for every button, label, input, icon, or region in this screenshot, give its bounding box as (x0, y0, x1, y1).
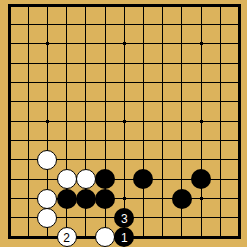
move-number-label: 3 (121, 212, 128, 224)
white-stone-move-2: 2 (57, 227, 77, 247)
black-stone (191, 169, 211, 189)
white-stone (37, 150, 57, 170)
white-stone (37, 208, 57, 228)
board-intersections-grid: 231 (0, 0, 247, 247)
go-board: 231 (0, 0, 247, 247)
move-number-label: 1 (121, 232, 128, 244)
black-stone (133, 169, 153, 189)
black-stone (95, 169, 115, 189)
black-stone (76, 189, 96, 209)
black-stone (172, 189, 192, 209)
white-stone (76, 169, 96, 189)
white-stone (37, 189, 57, 209)
black-stone (57, 189, 77, 209)
black-stone (95, 189, 115, 209)
white-stone (57, 169, 77, 189)
black-stone-move-3: 3 (114, 208, 134, 228)
black-stone-move-1: 1 (114, 227, 134, 247)
move-number-label: 2 (63, 232, 70, 244)
white-stone (95, 227, 115, 247)
